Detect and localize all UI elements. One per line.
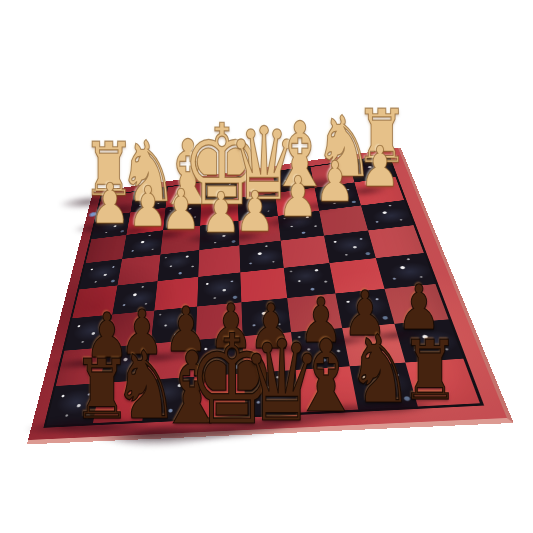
chess-piece-black-rook[interactable]: ♜ <box>400 330 459 412</box>
chess-piece-white-pawn[interactable]: ♟ <box>360 139 400 195</box>
chess-piece-white-pawn[interactable]: ♟ <box>235 185 275 241</box>
piece-layer: ♜♞♝♚♛♝♞♜♟♟♟♟♟♟♟♟♟♟♟♟♟♟♟♟♜♞♝♚♛♝♞♜ <box>0 0 533 533</box>
chess-piece-white-pawn[interactable]: ♟ <box>315 154 355 210</box>
chess-piece-white-pawn[interactable]: ♟ <box>278 170 318 226</box>
chess-piece-white-pawn[interactable]: ♟ <box>161 183 201 239</box>
photo-canvas: ♜♞♝♚♛♝♞♜♟♟♟♟♟♟♟♟♟♟♟♟♟♟♟♟♜♞♝♚♛♝♞♜ <box>0 0 533 533</box>
chess-piece-white-pawn[interactable]: ♟ <box>90 176 130 232</box>
